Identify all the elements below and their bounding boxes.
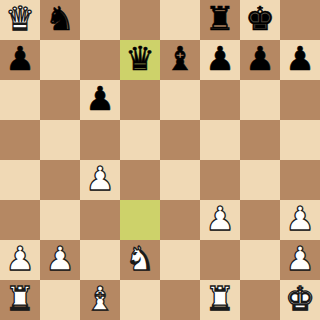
- square-b2[interactable]: ♟: [40, 240, 80, 280]
- square-a4[interactable]: [0, 160, 40, 200]
- square-c8[interactable]: [80, 0, 120, 40]
- black-pawn[interactable]: ♟: [245, 39, 275, 79]
- square-e5[interactable]: [160, 120, 200, 160]
- square-g3[interactable]: [240, 200, 280, 240]
- square-b8[interactable]: ♞: [40, 0, 80, 40]
- square-g8[interactable]: ♚: [240, 0, 280, 40]
- square-f4[interactable]: [200, 160, 240, 200]
- black-pawn[interactable]: ♟: [85, 79, 115, 119]
- square-e4[interactable]: [160, 160, 200, 200]
- square-c1[interactable]: ♝: [80, 280, 120, 320]
- white-pawn[interactable]: ♟: [205, 199, 235, 239]
- square-b5[interactable]: [40, 120, 80, 160]
- square-a5[interactable]: [0, 120, 40, 160]
- square-d2[interactable]: ♞: [120, 240, 160, 280]
- square-c3[interactable]: [80, 200, 120, 240]
- black-pawn[interactable]: ♟: [205, 39, 235, 79]
- square-g6[interactable]: [240, 80, 280, 120]
- square-h4[interactable]: [280, 160, 320, 200]
- square-d5[interactable]: [120, 120, 160, 160]
- square-f5[interactable]: [200, 120, 240, 160]
- white-queen[interactable]: ♛: [5, 0, 35, 39]
- square-f1[interactable]: ♜: [200, 280, 240, 320]
- square-a3[interactable]: [0, 200, 40, 240]
- square-h8[interactable]: [280, 0, 320, 40]
- white-rook[interactable]: ♜: [5, 279, 35, 319]
- square-a7[interactable]: ♟: [0, 40, 40, 80]
- square-b6[interactable]: [40, 80, 80, 120]
- square-d8[interactable]: [120, 0, 160, 40]
- square-a1[interactable]: ♜: [0, 280, 40, 320]
- square-g5[interactable]: [240, 120, 280, 160]
- square-d1[interactable]: [120, 280, 160, 320]
- black-knight[interactable]: ♞: [45, 0, 75, 39]
- square-g7[interactable]: ♟: [240, 40, 280, 80]
- square-g1[interactable]: [240, 280, 280, 320]
- black-bishop[interactable]: ♝: [165, 39, 195, 79]
- square-h3[interactable]: ♟: [280, 200, 320, 240]
- black-queen[interactable]: ♛: [125, 39, 155, 79]
- square-e8[interactable]: [160, 0, 200, 40]
- square-f3[interactable]: ♟: [200, 200, 240, 240]
- white-knight[interactable]: ♞: [125, 239, 155, 279]
- square-g2[interactable]: [240, 240, 280, 280]
- black-pawn[interactable]: ♟: [285, 39, 315, 79]
- square-h5[interactable]: [280, 120, 320, 160]
- square-d7[interactable]: ♛: [120, 40, 160, 80]
- white-pawn[interactable]: ♟: [45, 239, 75, 279]
- square-c4[interactable]: ♟: [80, 160, 120, 200]
- square-c5[interactable]: [80, 120, 120, 160]
- square-h1[interactable]: ♚: [280, 280, 320, 320]
- white-pawn[interactable]: ♟: [5, 239, 35, 279]
- square-b4[interactable]: [40, 160, 80, 200]
- white-king[interactable]: ♚: [285, 279, 315, 319]
- white-pawn[interactable]: ♟: [85, 159, 115, 199]
- white-pawn[interactable]: ♟: [285, 239, 315, 279]
- square-h6[interactable]: [280, 80, 320, 120]
- white-pawn[interactable]: ♟: [285, 199, 315, 239]
- square-c6[interactable]: ♟: [80, 80, 120, 120]
- square-b7[interactable]: [40, 40, 80, 80]
- square-f6[interactable]: [200, 80, 240, 120]
- white-bishop[interactable]: ♝: [85, 279, 115, 319]
- black-rook[interactable]: ♜: [205, 0, 235, 39]
- square-f7[interactable]: ♟: [200, 40, 240, 80]
- square-h2[interactable]: ♟: [280, 240, 320, 280]
- square-d6[interactable]: [120, 80, 160, 120]
- square-f2[interactable]: [200, 240, 240, 280]
- square-c2[interactable]: [80, 240, 120, 280]
- square-e3[interactable]: [160, 200, 200, 240]
- square-d3[interactable]: [120, 200, 160, 240]
- square-c7[interactable]: [80, 40, 120, 80]
- square-e7[interactable]: ♝: [160, 40, 200, 80]
- chess-board: ♛♞♜♚♟♛♝♟♟♟♟♟♟♟♟♟♞♟♜♝♜♚: [0, 0, 320, 320]
- black-king[interactable]: ♚: [245, 0, 275, 39]
- square-a6[interactable]: [0, 80, 40, 120]
- square-a2[interactable]: ♟: [0, 240, 40, 280]
- square-g4[interactable]: [240, 160, 280, 200]
- black-pawn[interactable]: ♟: [5, 39, 35, 79]
- square-b1[interactable]: [40, 280, 80, 320]
- white-rook[interactable]: ♜: [205, 279, 235, 319]
- square-a8[interactable]: ♛: [0, 0, 40, 40]
- square-f8[interactable]: ♜: [200, 0, 240, 40]
- square-e6[interactable]: [160, 80, 200, 120]
- square-h7[interactable]: ♟: [280, 40, 320, 80]
- square-b3[interactable]: [40, 200, 80, 240]
- square-d4[interactable]: [120, 160, 160, 200]
- square-e2[interactable]: [160, 240, 200, 280]
- square-e1[interactable]: [160, 280, 200, 320]
